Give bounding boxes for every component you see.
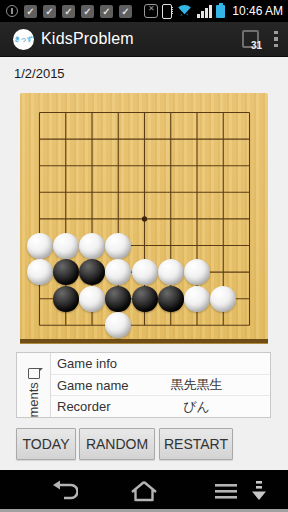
wifi-icon	[176, 2, 193, 20]
app-icon: きっず	[13, 29, 34, 50]
black-stone	[132, 286, 158, 312]
navigation-bar	[0, 470, 288, 512]
comment-bubble-icon	[28, 368, 40, 379]
alarm-icon	[144, 4, 158, 18]
white-stone	[53, 233, 79, 259]
calendar-button[interactable]: 31	[242, 30, 260, 49]
battery-icon	[216, 5, 225, 18]
info-row: Game name黒先黒生	[51, 375, 270, 397]
checkbox-icon: ✓	[100, 5, 113, 18]
comments-tab[interactable]: Comments	[17, 353, 51, 417]
game-info-panel: Comments Game infoGame name黒先黒生Recorderび…	[16, 352, 271, 418]
info-value: 黒先黒生	[149, 376, 270, 394]
restart-button[interactable]: RESTART	[159, 428, 233, 460]
white-stone	[184, 259, 210, 285]
menu-button[interactable]	[214, 479, 238, 503]
white-stone	[184, 286, 210, 312]
go-board[interactable]	[20, 93, 268, 343]
info-label: Game info	[57, 356, 149, 371]
info-label: Game name	[57, 378, 149, 393]
comments-tab-label: Comments	[23, 382, 45, 417]
white-stone	[158, 259, 184, 285]
white-stone	[27, 259, 53, 285]
info-row: Recorderびん	[51, 396, 270, 417]
white-stone	[210, 286, 236, 312]
checkbox-icon: ✓	[62, 5, 75, 18]
today-button[interactable]: TODAY	[16, 428, 76, 460]
home-button[interactable]	[131, 479, 157, 503]
phone-icon	[162, 4, 172, 19]
black-stone	[53, 259, 79, 285]
checkbox-icon: ✓	[119, 5, 132, 18]
info-label: Recorder	[57, 399, 149, 414]
overflow-menu-button[interactable]	[274, 29, 278, 49]
circle-line-icon	[6, 5, 18, 17]
checkbox-icon: ✓	[81, 5, 94, 18]
black-stone	[53, 286, 79, 312]
checkbox-icon: ✓	[43, 5, 56, 18]
info-row: Game info	[51, 353, 270, 375]
calendar-day-label: 31	[251, 40, 262, 51]
date-label: 1/2/2015	[14, 66, 65, 81]
game-info-table: Game infoGame name黒先黒生Recorderびん	[51, 353, 270, 417]
white-stone	[79, 233, 105, 259]
black-stone	[158, 286, 184, 312]
status-bar: ✓ ✓ ✓ ✓ ✓ ✓ 10:46 AM	[0, 0, 288, 22]
status-icons-cluster: 10:46 AM	[144, 2, 288, 20]
checkbox-icon: ✓	[24, 5, 37, 18]
info-value: びん	[149, 398, 270, 416]
white-stone	[79, 286, 105, 312]
clock-text: 10:46 AM	[232, 4, 283, 18]
white-stone	[105, 233, 131, 259]
black-stone	[105, 286, 131, 312]
down-arrow-button[interactable]	[250, 479, 268, 505]
black-stone	[79, 259, 105, 285]
random-button[interactable]: RANDOM	[79, 428, 155, 460]
back-button[interactable]	[50, 479, 78, 503]
white-stone	[132, 259, 158, 285]
signal-icon	[197, 5, 212, 18]
app-title: KidsProblem	[41, 30, 134, 48]
white-stone	[27, 233, 53, 259]
action-bar: きっず KidsProblem 31	[0, 22, 288, 57]
